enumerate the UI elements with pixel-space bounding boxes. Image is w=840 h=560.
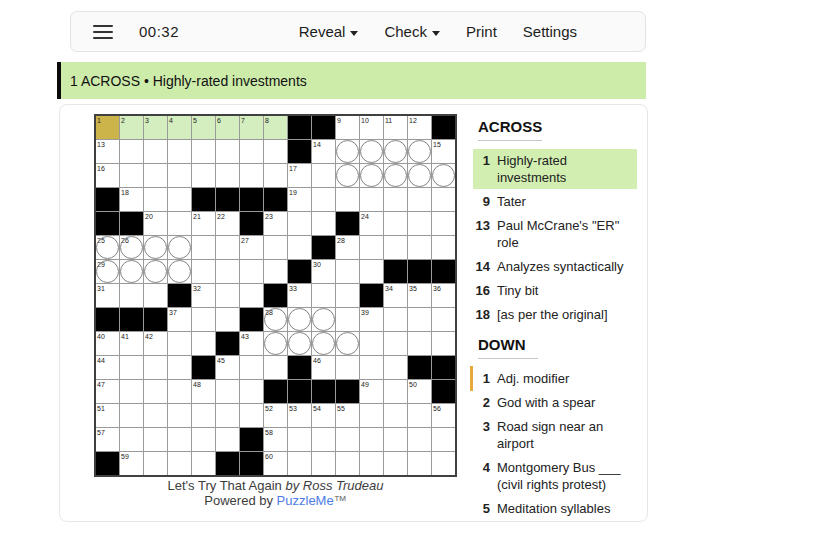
grid-cell[interactable]: 39 bbox=[360, 308, 383, 331]
black-cell bbox=[432, 380, 455, 403]
grid-cell[interactable] bbox=[360, 140, 383, 163]
clue-down-5[interactable]: 5Meditation syllables bbox=[473, 497, 637, 520]
circle-marker bbox=[288, 332, 311, 355]
cell-number: 11 bbox=[385, 116, 392, 125]
black-cell bbox=[312, 116, 335, 139]
grid-cell[interactable] bbox=[120, 140, 143, 163]
grid-cell[interactable]: 14 bbox=[312, 140, 335, 163]
grid-cell[interactable] bbox=[168, 428, 191, 451]
cell-number: 23 bbox=[265, 212, 273, 221]
grid-cell[interactable] bbox=[360, 260, 383, 283]
grid-cell[interactable] bbox=[384, 356, 407, 379]
clue-number: 4 bbox=[473, 459, 490, 493]
grid-cell[interactable] bbox=[216, 236, 239, 259]
cell-number: 2 bbox=[121, 116, 125, 125]
grid-cell[interactable]: 12 bbox=[408, 116, 431, 139]
grid-cell[interactable]: 45 bbox=[216, 356, 239, 379]
grid-cell[interactable] bbox=[384, 212, 407, 235]
grid-cell[interactable] bbox=[120, 284, 143, 307]
grid-cell[interactable] bbox=[288, 332, 311, 355]
grid-cell[interactable] bbox=[240, 404, 263, 427]
grid-cell[interactable] bbox=[312, 308, 335, 331]
grid-cell[interactable]: 52 bbox=[264, 404, 287, 427]
grid-cell[interactable] bbox=[360, 404, 383, 427]
grid-cell[interactable]: 11 bbox=[384, 116, 407, 139]
grid-cell[interactable] bbox=[216, 380, 239, 403]
cell-number: 16 bbox=[97, 164, 105, 173]
grid-cell[interactable] bbox=[192, 260, 215, 283]
cell-number: 47 bbox=[97, 380, 105, 389]
grid-cell[interactable] bbox=[216, 260, 239, 283]
black-cell bbox=[432, 260, 455, 283]
black-cell bbox=[192, 188, 215, 211]
grid-cell[interactable]: 59 bbox=[120, 452, 143, 475]
grid-cell[interactable] bbox=[360, 452, 383, 475]
clue-down-2[interactable]: 2God with a spear bbox=[473, 391, 637, 414]
grid-cell[interactable]: 23 bbox=[264, 212, 287, 235]
circle-marker bbox=[384, 140, 407, 163]
circle-marker bbox=[264, 308, 287, 331]
grid-cell[interactable] bbox=[336, 332, 359, 355]
grid-cell[interactable] bbox=[408, 236, 431, 259]
cell-number: 8 bbox=[265, 116, 269, 125]
grid-cell[interactable]: 21 bbox=[192, 212, 215, 235]
grid-cell[interactable] bbox=[384, 188, 407, 211]
grid-cell[interactable] bbox=[432, 164, 455, 187]
grid-cell[interactable] bbox=[120, 356, 143, 379]
grid-cell[interactable] bbox=[168, 140, 191, 163]
grid-cell[interactable] bbox=[336, 452, 359, 475]
cell-number: 32 bbox=[193, 284, 201, 293]
cell-number: 35 bbox=[409, 284, 417, 293]
grid-cell[interactable] bbox=[312, 428, 335, 451]
grid-cell[interactable] bbox=[264, 140, 287, 163]
grid-cell[interactable]: 35 bbox=[408, 284, 431, 307]
circle-marker bbox=[408, 140, 431, 163]
grid-cell[interactable]: 48 bbox=[192, 380, 215, 403]
grid-cell[interactable] bbox=[192, 236, 215, 259]
clue-list-panel[interactable]: ACROSS 1Highly-rated investments9Tater13… bbox=[470, 112, 646, 520]
grid-cell[interactable] bbox=[312, 452, 335, 475]
cell-number: 22 bbox=[217, 212, 225, 221]
grid-cell[interactable] bbox=[240, 140, 263, 163]
grid-cell[interactable] bbox=[144, 380, 167, 403]
grid-cell[interactable] bbox=[216, 428, 239, 451]
grid-cell[interactable] bbox=[336, 356, 359, 379]
grid-cell[interactable] bbox=[240, 356, 263, 379]
clue-number: 14 bbox=[473, 258, 490, 275]
grid-cell[interactable] bbox=[240, 164, 263, 187]
cell-number: 60 bbox=[265, 452, 273, 461]
clue-across-18[interactable]: 18[as per the original] bbox=[473, 303, 637, 326]
grid-cell[interactable] bbox=[360, 164, 383, 187]
cell-number: 5 bbox=[193, 116, 197, 125]
grid-cell[interactable] bbox=[288, 308, 311, 331]
black-cell bbox=[240, 308, 263, 331]
grid-cell[interactable] bbox=[336, 140, 359, 163]
clue-across-16[interactable]: 16Tiny bit bbox=[473, 279, 637, 302]
grid-cell[interactable] bbox=[240, 284, 263, 307]
grid-cell[interactable]: 56 bbox=[432, 404, 455, 427]
cell-number: 34 bbox=[385, 284, 393, 293]
clue-number: 1 bbox=[473, 370, 490, 387]
black-cell bbox=[360, 284, 383, 307]
grid-cell[interactable]: 9 bbox=[336, 116, 359, 139]
grid-cell[interactable]: 16 bbox=[96, 164, 119, 187]
grid-cell[interactable]: 38 bbox=[264, 308, 287, 331]
grid-cell[interactable]: 34 bbox=[384, 284, 407, 307]
puzzle-title: Let's Try That Again bbox=[168, 478, 282, 493]
grid-cell[interactable] bbox=[336, 188, 359, 211]
grid-cell[interactable] bbox=[432, 308, 455, 331]
settings-button[interactable]: Settings bbox=[523, 23, 577, 40]
circle-marker bbox=[336, 332, 359, 355]
grid-cell[interactable]: 46 bbox=[312, 356, 335, 379]
cell-number: 58 bbox=[265, 428, 273, 437]
grid-cell[interactable]: 42 bbox=[144, 332, 167, 355]
grid-cell[interactable]: 30 bbox=[312, 260, 335, 283]
clue-down-1[interactable]: 1Adj. modifier bbox=[473, 367, 637, 390]
grid-cell[interactable] bbox=[192, 308, 215, 331]
grid-cell[interactable]: 10 bbox=[360, 116, 383, 139]
grid-cell[interactable] bbox=[432, 452, 455, 475]
print-button[interactable]: Print bbox=[466, 23, 497, 40]
grid-cell[interactable]: 41 bbox=[120, 332, 143, 355]
grid-cell[interactable] bbox=[432, 188, 455, 211]
clue-text: God with a spear bbox=[497, 394, 637, 411]
grid-cell[interactable]: 51 bbox=[96, 404, 119, 427]
grid-cell[interactable] bbox=[144, 452, 167, 475]
grid-cell[interactable] bbox=[120, 380, 143, 403]
grid-cell[interactable] bbox=[168, 236, 191, 259]
grid-cell[interactable]: 33 bbox=[288, 284, 311, 307]
grid-cell[interactable]: 18 bbox=[120, 188, 143, 211]
grid-cell[interactable] bbox=[168, 188, 191, 211]
grid-cell[interactable] bbox=[312, 332, 335, 355]
black-cell bbox=[312, 236, 335, 259]
cell-number: 20 bbox=[145, 212, 153, 221]
grid-cell[interactable] bbox=[216, 164, 239, 187]
grid-cell[interactable] bbox=[192, 164, 215, 187]
cell-number: 14 bbox=[313, 140, 321, 149]
grid-cell[interactable] bbox=[360, 332, 383, 355]
black-cell bbox=[120, 308, 143, 331]
grid-cell[interactable] bbox=[264, 164, 287, 187]
grid-cell[interactable]: 24 bbox=[360, 212, 383, 235]
black-cell bbox=[264, 380, 287, 403]
grid-cell[interactable]: 31 bbox=[96, 284, 119, 307]
app-window: { "game": "crossword", "app": { "toolbar… bbox=[0, 0, 840, 560]
grid-cell[interactable] bbox=[144, 260, 167, 283]
grid-cell[interactable] bbox=[144, 404, 167, 427]
clue-number: 5 bbox=[473, 500, 490, 517]
clue-number: 2 bbox=[473, 394, 490, 411]
grid-cell[interactable]: 55 bbox=[336, 404, 359, 427]
cell-number: 27 bbox=[241, 236, 249, 245]
grid-cell[interactable] bbox=[408, 332, 431, 355]
grid-cell[interactable] bbox=[216, 284, 239, 307]
grid-cell[interactable] bbox=[264, 356, 287, 379]
clue-text: Analyzes syntactically bbox=[497, 258, 637, 275]
grid-cell[interactable]: 47 bbox=[96, 380, 119, 403]
circle-marker bbox=[144, 260, 167, 283]
grid-cell[interactable] bbox=[264, 236, 287, 259]
grid-cell[interactable] bbox=[384, 428, 407, 451]
cell-number: 15 bbox=[433, 140, 441, 149]
grid-cell[interactable]: 3 bbox=[144, 116, 167, 139]
clue-number: 13 bbox=[473, 217, 490, 251]
crossword-grid[interactable]: 1234567891011121314151617181920212223242… bbox=[94, 114, 457, 477]
toolbar: 00:32 Reveal Check Print Settings bbox=[70, 11, 646, 52]
grid-cell[interactable] bbox=[288, 452, 311, 475]
powered-by-line: Powered by PuzzleMe™ bbox=[94, 493, 457, 508]
grid-cell[interactable] bbox=[192, 428, 215, 451]
reveal-button[interactable]: Reveal bbox=[299, 23, 359, 40]
grid-cell[interactable] bbox=[408, 428, 431, 451]
grid-cell[interactable] bbox=[384, 380, 407, 403]
grid-cell[interactable]: 50 bbox=[408, 380, 431, 403]
cell-number: 57 bbox=[97, 428, 105, 437]
grid-cell[interactable] bbox=[168, 452, 191, 475]
black-cell bbox=[96, 308, 119, 331]
cell-number: 12 bbox=[409, 116, 417, 125]
black-cell bbox=[120, 212, 143, 235]
grid-cell[interactable]: 25 bbox=[96, 236, 119, 259]
grid-cell[interactable] bbox=[192, 332, 215, 355]
cell-number: 18 bbox=[121, 188, 129, 197]
circle-marker bbox=[408, 164, 431, 187]
grid-cell[interactable] bbox=[408, 212, 431, 235]
trademark-symbol: ™ bbox=[334, 493, 347, 508]
grid-cell[interactable] bbox=[168, 260, 191, 283]
cell-number: 17 bbox=[289, 164, 297, 173]
grid-cell[interactable]: 2 bbox=[120, 116, 143, 139]
grid-cell[interactable] bbox=[168, 332, 191, 355]
grid-cell[interactable] bbox=[408, 164, 431, 187]
clue-number: 1 bbox=[473, 152, 490, 186]
puzzle-byline: by Ross Trudeau bbox=[285, 478, 383, 493]
grid-cell[interactable] bbox=[432, 212, 455, 235]
grid-cell[interactable] bbox=[216, 404, 239, 427]
circle-marker bbox=[96, 236, 119, 259]
grid-cell[interactable]: 49 bbox=[360, 380, 383, 403]
grid-cell[interactable] bbox=[360, 356, 383, 379]
black-cell bbox=[168, 284, 191, 307]
black-cell bbox=[96, 188, 119, 211]
grid-cell[interactable] bbox=[384, 452, 407, 475]
circle-marker bbox=[360, 140, 383, 163]
grid-cell[interactable] bbox=[360, 428, 383, 451]
grid-cell[interactable] bbox=[336, 308, 359, 331]
grid-cell[interactable] bbox=[120, 404, 143, 427]
grid-cell[interactable]: 5 bbox=[192, 116, 215, 139]
grid-cell[interactable] bbox=[216, 308, 239, 331]
cell-number: 49 bbox=[361, 380, 369, 389]
grid-cell[interactable]: 40 bbox=[96, 332, 119, 355]
grid-cell[interactable] bbox=[432, 236, 455, 259]
grid-cell[interactable] bbox=[312, 188, 335, 211]
grid-cell[interactable]: 60 bbox=[264, 452, 287, 475]
grid-cell[interactable] bbox=[336, 164, 359, 187]
grid-cell[interactable]: 58 bbox=[264, 428, 287, 451]
clue-across-13[interactable]: 13Paul McCrane's "ER" role bbox=[473, 214, 637, 254]
grid-cell[interactable]: 32 bbox=[192, 284, 215, 307]
circle-marker bbox=[432, 164, 455, 187]
grid-cell[interactable] bbox=[384, 332, 407, 355]
grid-cell[interactable]: 53 bbox=[288, 404, 311, 427]
grid-cell[interactable]: 26 bbox=[120, 236, 143, 259]
grid-cell[interactable] bbox=[144, 284, 167, 307]
grid-cell[interactable] bbox=[168, 164, 191, 187]
grid-cell[interactable] bbox=[168, 380, 191, 403]
grid-cell[interactable] bbox=[336, 260, 359, 283]
black-cell bbox=[312, 380, 335, 403]
grid-cell[interactable]: 37 bbox=[168, 308, 191, 331]
settings-label: Settings bbox=[523, 23, 577, 40]
grid-cell[interactable] bbox=[432, 428, 455, 451]
grid-cell[interactable] bbox=[144, 164, 167, 187]
grid-cell[interactable] bbox=[288, 428, 311, 451]
grid-cell[interactable] bbox=[408, 404, 431, 427]
grid-cell[interactable]: 29 bbox=[96, 260, 119, 283]
cell-number: 30 bbox=[313, 260, 321, 269]
grid-cell[interactable] bbox=[120, 428, 143, 451]
grid-cell[interactable]: 54 bbox=[312, 404, 335, 427]
black-cell bbox=[432, 356, 455, 379]
grid-cell[interactable] bbox=[288, 212, 311, 235]
grid-cell[interactable] bbox=[432, 332, 455, 355]
grid-cell[interactable] bbox=[264, 260, 287, 283]
grid-cell[interactable] bbox=[192, 452, 215, 475]
grid-cell[interactable] bbox=[168, 404, 191, 427]
down-header: DOWN bbox=[478, 336, 646, 359]
cell-number: 53 bbox=[289, 404, 297, 413]
grid-cell[interactable] bbox=[216, 140, 239, 163]
cell-number: 21 bbox=[193, 212, 201, 221]
grid-cell[interactable] bbox=[144, 428, 167, 451]
grid-cell[interactable] bbox=[168, 212, 191, 235]
grid-cell[interactable]: 36 bbox=[432, 284, 455, 307]
black-cell bbox=[288, 380, 311, 403]
cell-number: 51 bbox=[97, 404, 105, 413]
clue-text: Tiny bit bbox=[497, 282, 637, 299]
grid-cell[interactable] bbox=[408, 188, 431, 211]
circle-marker bbox=[144, 236, 167, 259]
grid-cell[interactable] bbox=[312, 212, 335, 235]
grid-cell[interactable] bbox=[144, 188, 167, 211]
clue-down-4[interactable]: 4Montgomery Bus ___ (civil rights protes… bbox=[473, 456, 637, 496]
clue-number: 9 bbox=[473, 193, 490, 210]
grid-cell[interactable]: 8 bbox=[264, 116, 287, 139]
grid-cell[interactable]: 6 bbox=[216, 116, 239, 139]
check-button[interactable]: Check bbox=[384, 23, 440, 40]
grid-cell[interactable] bbox=[384, 236, 407, 259]
grid-cell[interactable] bbox=[360, 188, 383, 211]
cell-number: 48 bbox=[193, 380, 201, 389]
cell-number: 39 bbox=[361, 308, 369, 317]
black-cell bbox=[408, 356, 431, 379]
print-label: Print bbox=[466, 23, 497, 40]
grid-cell[interactable] bbox=[192, 404, 215, 427]
toolbar-menu: Reveal Check Print Settings bbox=[299, 23, 645, 40]
grid-cell[interactable] bbox=[144, 140, 167, 163]
grid-cell[interactable] bbox=[336, 428, 359, 451]
grid-cell[interactable] bbox=[312, 164, 335, 187]
grid-cell[interactable] bbox=[240, 260, 263, 283]
grid-cell[interactable]: 22 bbox=[216, 212, 239, 235]
grid-cell[interactable]: 15 bbox=[432, 140, 455, 163]
clue-down-3[interactable]: 3Road sign near an airport bbox=[473, 415, 637, 455]
grid-cell[interactable] bbox=[336, 284, 359, 307]
grid-cell[interactable]: 19 bbox=[288, 188, 311, 211]
grid-cell[interactable] bbox=[168, 356, 191, 379]
grid-cell[interactable]: 28 bbox=[336, 236, 359, 259]
grid-cell[interactable]: 4 bbox=[168, 116, 191, 139]
grid-cell[interactable]: 20 bbox=[144, 212, 167, 235]
grid-cell[interactable]: 44 bbox=[96, 356, 119, 379]
grid-cell[interactable] bbox=[408, 452, 431, 475]
clue-across-1[interactable]: 1Highly-rated investments bbox=[473, 149, 637, 189]
black-cell bbox=[336, 380, 359, 403]
circle-marker bbox=[264, 332, 287, 355]
black-cell bbox=[96, 452, 119, 475]
grid-cell[interactable] bbox=[120, 260, 143, 283]
black-cell bbox=[216, 452, 239, 475]
black-cell bbox=[288, 260, 311, 283]
grid-cell[interactable]: 1 bbox=[96, 116, 119, 139]
cell-number: 36 bbox=[433, 284, 441, 293]
clue-across-14[interactable]: 14Analyzes syntactically bbox=[473, 255, 637, 278]
grid-cell[interactable] bbox=[192, 140, 215, 163]
circle-marker bbox=[96, 260, 119, 283]
black-cell bbox=[264, 188, 287, 211]
grid-cell[interactable] bbox=[408, 140, 431, 163]
grid-cell[interactable] bbox=[384, 308, 407, 331]
black-cell bbox=[336, 212, 359, 235]
black-cell bbox=[240, 428, 263, 451]
grid-cell[interactable]: 57 bbox=[96, 428, 119, 451]
active-clue-bar[interactable]: 1 ACROSS • Highly-rated investments bbox=[57, 62, 646, 99]
grid-cell[interactable] bbox=[240, 380, 263, 403]
grid-cell[interactable] bbox=[384, 164, 407, 187]
grid-cell[interactable] bbox=[288, 236, 311, 259]
circle-marker bbox=[312, 332, 335, 355]
grid-cell[interactable] bbox=[360, 236, 383, 259]
clue-across-9[interactable]: 9Tater bbox=[473, 190, 637, 213]
chevron-down-icon bbox=[350, 31, 358, 36]
grid-cell[interactable]: 27 bbox=[240, 236, 263, 259]
cell-number: 45 bbox=[217, 356, 225, 365]
grid-cell[interactable] bbox=[384, 404, 407, 427]
cell-number: 28 bbox=[337, 236, 345, 245]
grid-cell[interactable]: 17 bbox=[288, 164, 311, 187]
grid-cell[interactable] bbox=[312, 284, 335, 307]
grid-cell[interactable] bbox=[408, 308, 431, 331]
grid-cell[interactable] bbox=[384, 140, 407, 163]
grid-cell[interactable]: 13 bbox=[96, 140, 119, 163]
cell-number: 56 bbox=[433, 404, 441, 413]
grid-cell[interactable] bbox=[144, 236, 167, 259]
grid-cell[interactable] bbox=[144, 356, 167, 379]
grid-cell[interactable]: 7 bbox=[240, 116, 263, 139]
cell-number: 42 bbox=[145, 332, 153, 341]
puzzleme-link[interactable]: PuzzleMe bbox=[277, 493, 334, 508]
clue-number: 3 bbox=[473, 418, 490, 452]
grid-cell[interactable]: 43 bbox=[240, 332, 263, 355]
grid-cell[interactable] bbox=[120, 164, 143, 187]
grid-cell[interactable] bbox=[264, 332, 287, 355]
hamburger-menu-icon[interactable] bbox=[93, 25, 113, 39]
